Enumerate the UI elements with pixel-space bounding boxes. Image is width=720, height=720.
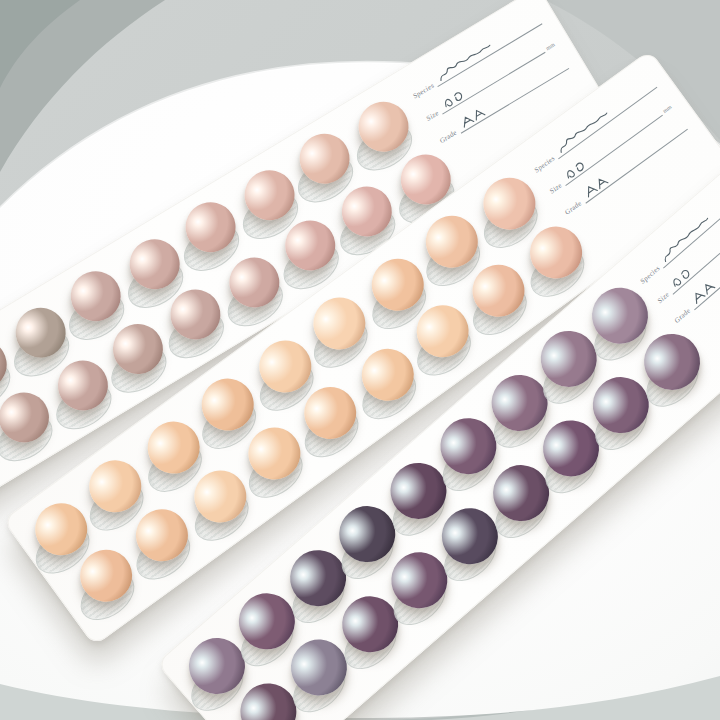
pearl-display-scene: Species Size mm Grade bbox=[0, 0, 720, 720]
handwriting-script-icon bbox=[561, 151, 597, 182]
grade-label: Grade bbox=[439, 128, 458, 145]
pearl-slot bbox=[249, 330, 322, 403]
mm-unit: mm bbox=[545, 41, 556, 51]
pearl-slot bbox=[303, 287, 376, 360]
pearl-slot bbox=[361, 249, 434, 322]
pearl-slot bbox=[62, 262, 131, 331]
handwriting-script-icon bbox=[457, 104, 490, 131]
grade-label: Grade bbox=[564, 199, 583, 217]
size-label: Size bbox=[425, 109, 440, 123]
pearl-slot bbox=[415, 206, 488, 279]
species-label: Species bbox=[412, 81, 436, 100]
pearl-slot bbox=[473, 167, 546, 240]
pearl-slot bbox=[176, 193, 245, 262]
pearl-slot bbox=[290, 124, 359, 193]
grade-label: Grade bbox=[673, 306, 692, 325]
pearl-slot bbox=[120, 230, 189, 299]
handwriting-script-icon bbox=[580, 172, 612, 201]
pearl-slot bbox=[25, 493, 98, 566]
species-label: Species bbox=[639, 264, 661, 286]
species-label: Species bbox=[533, 154, 556, 175]
pearl-slot bbox=[137, 412, 210, 485]
pearl-slot bbox=[349, 92, 418, 161]
pearl-slot bbox=[235, 161, 304, 230]
size-label: Size bbox=[656, 290, 671, 305]
pearl-slot bbox=[79, 450, 152, 523]
pearl-slot bbox=[6, 299, 75, 368]
handwriting-script-icon bbox=[688, 277, 720, 307]
handwriting-script-icon bbox=[439, 82, 475, 112]
size-label: Size bbox=[549, 181, 564, 196]
mm-unit: mm bbox=[662, 104, 673, 114]
pearl-slot bbox=[191, 368, 264, 441]
